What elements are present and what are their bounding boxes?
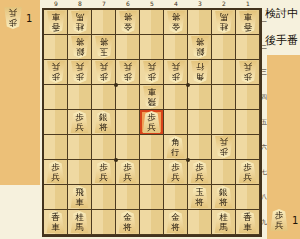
sente-hand-pawn[interactable]: 歩兵 1 [269,209,298,231]
square-2-5[interactable] [212,110,236,135]
file-label: 9 [44,0,68,8]
star-point [186,158,190,162]
square-4-8[interactable] [164,185,188,210]
turn-indicator: 後手番 [265,33,298,48]
square-9-7[interactable]: 歩兵 [44,160,68,185]
piece-gote-1-3: 歩兵 [238,61,258,83]
piece-sente-8-5: 歩兵 [70,111,90,133]
piece-gote-7-3: 歩兵 [94,61,114,83]
piece-sente-3-7: 歩兵 [190,161,210,183]
file-label: 3 [188,0,212,8]
piece-gote-9-1: 香車 [46,11,66,33]
piece-label: 角行 [171,138,180,158]
piece-label: 歩兵 [99,163,108,183]
square-8-8[interactable]: 飛車 [68,185,92,210]
square-5-8[interactable] [140,185,164,210]
piece-label: 銀将 [75,36,84,56]
piece-gote-9-3: 歩兵 [46,61,66,83]
shogi-board: 香車桂馬金将金将桂馬香車銀将玉将銀将歩兵歩兵歩兵歩兵歩兵歩兵角行歩兵飛車歩兵銀将… [42,8,262,237]
square-5-3[interactable]: 歩兵 [140,60,164,85]
square-8-3[interactable]: 歩兵 [68,60,92,85]
file-label: 5 [140,0,164,8]
piece-label: 歩兵 [243,61,252,81]
square-9-8[interactable] [44,185,68,210]
piece-label: 歩兵 [275,211,284,231]
square-8-6[interactable] [68,135,92,160]
gote-hand-pawn[interactable]: 歩兵 1 [3,7,32,29]
square-8-2[interactable]: 銀将 [68,35,92,60]
square-1-2[interactable] [236,35,260,60]
square-6-5[interactable] [116,110,140,135]
piece-sente-2-9: 桂馬 [214,211,234,233]
square-6-7[interactable]: 歩兵 [116,160,140,185]
square-3-3[interactable]: 角行 [188,60,212,85]
square-4-1[interactable]: 金将 [164,10,188,35]
square-1-4[interactable] [236,85,260,110]
sente-captured-tray: 歩兵 1 [267,55,300,239]
square-3-6[interactable] [188,135,212,160]
piece-label: 歩兵 [171,61,180,81]
piece-sente-7-7: 歩兵 [94,161,114,183]
shogi-analysis-screen: 歩兵 1 987654321 香車桂馬金将金将桂馬香車銀将玉将銀将歩兵歩兵歩兵歩… [0,0,300,239]
piece-label: 銀将 [99,113,108,133]
piece-label: 玉将 [99,36,108,56]
piece-label: 金将 [123,11,132,31]
square-4-6[interactable]: 角行 [164,135,188,160]
square-8-7[interactable] [68,160,92,185]
piece-gote-4-3: 歩兵 [166,61,186,83]
piece-label: 桂馬 [75,213,84,233]
sente-hand-pawn-piece: 歩兵 [269,209,289,231]
piece-label: 飛車 [147,86,156,106]
square-2-6[interactable]: 歩兵 [212,135,236,160]
square-5-4[interactable]: 飛車 [140,85,164,110]
square-6-6[interactable] [116,135,140,160]
square-8-4[interactable] [68,85,92,110]
square-5-1[interactable] [140,10,164,35]
piece-label: 歩兵 [171,163,180,183]
square-3-2[interactable]: 銀将 [188,35,212,60]
square-6-9[interactable]: 金将 [116,210,140,235]
square-1-6[interactable] [236,135,260,160]
piece-label: 歩兵 [51,61,60,81]
piece-sente-8-9: 桂馬 [70,211,90,233]
square-1-8[interactable] [236,185,260,210]
sente-hand-pawn-count: 1 [292,215,298,226]
square-7-7[interactable]: 歩兵 [92,160,116,185]
file-label: 1 [236,0,260,8]
piece-gote-5-4: 飛車 [142,86,162,108]
square-9-6[interactable] [44,135,68,160]
piece-sente-9-9: 香車 [46,211,66,233]
piece-gote-2-6: 歩兵 [214,136,234,158]
piece-sente-4-7: 歩兵 [166,161,186,183]
square-8-1[interactable]: 桂馬 [68,10,92,35]
file-label: 8 [68,0,92,8]
square-9-5[interactable] [44,110,68,135]
square-6-2[interactable] [116,35,140,60]
piece-label: 角行 [195,61,204,81]
piece-gote-4-1: 金将 [166,11,186,33]
square-7-4[interactable] [92,85,116,110]
piece-gote-1-1: 香車 [238,11,258,33]
piece-gote-2-1: 桂馬 [214,11,234,33]
square-1-1[interactable]: 香車 [236,10,260,35]
square-9-9[interactable]: 香車 [44,210,68,235]
square-9-4[interactable] [44,85,68,110]
square-3-9[interactable] [188,210,212,235]
square-9-2[interactable] [44,35,68,60]
piece-gote-6-3: 歩兵 [118,61,138,83]
piece-label: 香車 [243,11,252,31]
piece-label: 歩兵 [51,163,60,183]
analysis-status: 検討中 [265,6,298,21]
square-2-2[interactable] [212,35,236,60]
piece-label: 金将 [123,213,132,233]
square-3-7[interactable]: 歩兵 [188,160,212,185]
piece-sente-6-7: 歩兵 [118,161,138,183]
piece-label: 歩兵 [75,61,84,81]
square-7-3[interactable]: 歩兵 [92,60,116,85]
piece-gote-5-3: 歩兵 [142,61,162,83]
file-label: 4 [164,0,188,8]
square-7-6[interactable] [92,135,116,160]
square-2-9[interactable]: 桂馬 [212,210,236,235]
square-1-7[interactable]: 歩兵 [236,160,260,185]
piece-sente-3-8: 玉将 [190,186,210,208]
piece-label: 金将 [171,11,180,31]
square-1-3[interactable]: 歩兵 [236,60,260,85]
piece-label: 玉将 [195,188,204,208]
piece-label: 歩兵 [195,163,204,183]
piece-sente-2-8: 銀将 [214,186,234,208]
file-label: 2 [212,0,236,8]
gote-hand-pawn-count: 1 [26,13,32,24]
square-6-3[interactable]: 歩兵 [116,60,140,85]
board-grid: 香車桂馬金将金将桂馬香車銀将玉将銀将歩兵歩兵歩兵歩兵歩兵歩兵角行歩兵飛車歩兵銀将… [44,10,260,235]
piece-gote-8-2: 銀将 [70,36,90,58]
piece-label: 歩兵 [243,163,252,183]
square-4-4[interactable] [164,85,188,110]
piece-gote-6-1: 金将 [118,11,138,33]
square-2-3[interactable] [212,60,236,85]
piece-label: 香車 [243,213,252,233]
piece-label: 銀将 [195,36,204,56]
piece-sente-9-7: 歩兵 [46,161,66,183]
gote-hand-pawn-piece: 歩兵 [3,7,23,29]
piece-label: 桂馬 [219,213,228,233]
square-3-8[interactable]: 玉将 [188,185,212,210]
piece-sente-4-6: 角行 [166,136,186,158]
piece-sente-5-5: 歩兵 [142,111,162,133]
square-1-9[interactable]: 香車 [236,210,260,235]
file-labels: 987654321 [44,0,260,8]
star-point [186,83,190,87]
gote-captured-tray: 歩兵 1 [0,0,40,185]
piece-sente-1-9: 香車 [238,211,258,233]
square-5-7[interactable] [140,160,164,185]
square-2-8[interactable]: 銀将 [212,185,236,210]
piece-label: 銀将 [219,188,228,208]
piece-sente-8-8: 飛車 [70,186,90,208]
piece-label: 香車 [51,213,60,233]
piece-gote-7-2: 玉将 [94,36,114,58]
piece-label: 歩兵 [147,61,156,81]
piece-label: 飛車 [75,188,84,208]
square-6-4[interactable] [116,85,140,110]
piece-label: 歩兵 [219,136,228,156]
square-9-3[interactable]: 歩兵 [44,60,68,85]
file-label: 7 [92,0,116,8]
piece-label: 歩兵 [147,113,156,133]
piece-gote-8-1: 桂馬 [70,11,90,33]
piece-label: 金将 [171,213,180,233]
square-7-1[interactable] [92,10,116,35]
square-1-5[interactable] [236,110,260,135]
square-5-6[interactable] [140,135,164,160]
square-9-1[interactable]: 香車 [44,10,68,35]
piece-gote-3-2: 銀将 [190,36,210,58]
square-4-7[interactable]: 歩兵 [164,160,188,185]
piece-gote-8-3: 歩兵 [70,61,90,83]
square-6-1[interactable]: 金将 [116,10,140,35]
square-6-8[interactable] [116,185,140,210]
square-5-9[interactable] [140,210,164,235]
square-7-2[interactable]: 玉将 [92,35,116,60]
piece-label: 桂馬 [219,11,228,31]
piece-label: 歩兵 [123,61,132,81]
square-3-4[interactable] [188,85,212,110]
square-5-5[interactable]: 歩兵 [140,110,164,135]
square-4-5[interactable] [164,110,188,135]
square-2-1[interactable]: 桂馬 [212,10,236,35]
square-3-1[interactable] [188,10,212,35]
piece-label: 歩兵 [75,113,84,133]
piece-label: 歩兵 [123,163,132,183]
piece-label: 香車 [51,11,60,31]
square-5-2[interactable] [140,35,164,60]
star-point [114,158,118,162]
square-2-4[interactable] [212,85,236,110]
square-4-3[interactable]: 歩兵 [164,60,188,85]
file-label: 6 [116,0,140,8]
piece-sente-4-9: 金将 [166,211,186,233]
square-7-8[interactable] [92,185,116,210]
piece-sente-6-9: 金将 [118,211,138,233]
square-7-5[interactable]: 銀将 [92,110,116,135]
square-3-5[interactable] [188,110,212,135]
square-8-5[interactable]: 歩兵 [68,110,92,135]
piece-label: 歩兵 [9,7,18,27]
piece-label: 歩兵 [99,61,108,81]
square-2-7[interactable] [212,160,236,185]
piece-gote-3-3: 角行 [190,61,210,83]
star-point [114,83,118,87]
piece-label: 桂馬 [75,11,84,31]
piece-sente-1-7: 歩兵 [238,161,258,183]
square-4-9[interactable]: 金将 [164,210,188,235]
square-7-9[interactable] [92,210,116,235]
square-8-9[interactable]: 桂馬 [68,210,92,235]
square-4-2[interactable] [164,35,188,60]
piece-sente-7-5: 銀将 [94,111,114,133]
